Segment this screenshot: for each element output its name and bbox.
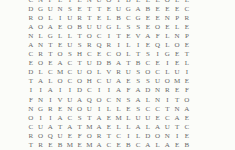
grid-cell[interactable]: O [85,68,95,77]
grid-cell[interactable]: S [133,105,143,114]
grid-cell[interactable]: O [143,68,153,77]
grid-cell[interactable]: L [133,132,143,141]
grid-cell[interactable]: E [172,59,182,68]
grid-cell[interactable]: I [36,86,46,95]
grid-cell[interactable]: O [114,50,124,59]
grid-cell[interactable]: T [75,59,85,68]
grid-cell[interactable]: N [163,14,173,23]
grid-cell[interactable]: A [75,96,85,105]
grid-cell[interactable]: B [104,59,114,68]
grid-cell[interactable]: F [26,96,36,105]
grid-cell[interactable]: L [163,41,173,50]
grid-cell[interactable]: C [182,123,192,132]
grid-cell[interactable]: T [104,132,114,141]
grid-cell[interactable]: L [143,123,153,132]
grid-cell[interactable]: A [133,5,143,14]
grid-cell[interactable]: N [172,105,182,114]
grid-cell[interactable]: G [46,32,56,41]
grid-cell[interactable]: U [65,41,75,50]
grid-cell[interactable]: I [163,96,173,105]
grid-cell[interactable]: O [75,77,85,86]
grid-cell[interactable]: H [85,77,95,86]
grid-cell[interactable]: A [143,32,153,41]
grid-cell[interactable]: S [133,77,143,86]
grid-cell[interactable]: A [163,141,173,150]
grid-cell[interactable]: A [133,86,143,95]
grid-cell[interactable]: V [104,68,114,77]
grid-cell[interactable]: I [65,86,75,95]
grid-cell[interactable]: E [153,114,163,123]
grid-cell[interactable]: O [65,23,75,32]
grid-cell[interactable]: B [143,5,153,14]
grid-cell[interactable]: E [55,105,65,114]
grid-cell[interactable]: I [46,96,56,105]
grid-cell[interactable]: S [65,50,75,59]
grid-cell[interactable]: C [143,105,153,114]
grid-cell[interactable]: L [114,123,124,132]
grid-cell[interactable]: A [46,123,56,132]
grid-cell[interactable]: L [114,23,124,32]
grid-cell[interactable]: L [36,32,46,41]
grid-cell[interactable]: A [153,123,163,132]
grid-cell[interactable]: E [182,114,192,123]
grid-cell[interactable]: C [65,59,75,68]
grid-cell[interactable]: M [55,68,65,77]
grid-cell[interactable]: C [85,50,95,59]
grid-cell[interactable]: U [65,14,75,23]
grid-cell[interactable]: I [36,114,46,123]
grid-cell[interactable]: R [36,50,46,59]
grid-cell[interactable]: T [182,50,192,59]
grid-cell[interactable]: Q [46,132,56,141]
grid-cell[interactable]: T [133,50,143,59]
grid-cell[interactable]: D [26,68,36,77]
grid-cell[interactable]: S [65,5,75,14]
grid-cell[interactable]: E [55,41,65,50]
grid-cell[interactable]: C [124,14,134,23]
grid-cell[interactable]: L [36,68,46,77]
grid-cell[interactable]: A [55,59,65,68]
grid-cell[interactable]: U [65,96,75,105]
grid-cell[interactable]: C [114,132,124,141]
grid-cell[interactable]: A [94,123,104,132]
grid-cell[interactable]: C [104,96,114,105]
grid-cell[interactable]: L [124,114,134,123]
grid-cell[interactable]: E [104,114,114,123]
grid-cell[interactable]: F [124,86,134,95]
grid-cell[interactable]: S [75,114,85,123]
grid-cell[interactable]: Q [153,41,163,50]
grid-cell[interactable]: A [182,105,192,114]
grid-cell[interactable]: D [94,59,104,68]
grid-cell[interactable]: C [104,141,114,150]
grid-cell[interactable]: D [75,86,85,95]
grid-cell[interactable]: E [182,77,192,86]
grid-cell[interactable]: E [124,77,134,86]
grid-cell[interactable]: E [143,14,153,23]
grid-cell[interactable]: G [36,5,46,14]
word-search-grid: CNFLILNUOTBEEEOLEDGUNSETTEUGABEEECROLIUR… [26,0,192,150]
grid-cell[interactable]: E [124,32,134,41]
grid-cell[interactable]: M [172,77,182,86]
grid-cell[interactable]: L [55,32,65,41]
grid-cell[interactable]: T [26,77,36,86]
grid-cell[interactable]: V [133,32,143,41]
grid-cell[interactable]: D [143,132,153,141]
grid-cell[interactable]: E [172,141,182,150]
grid-cell[interactable]: O [172,41,182,50]
grid-cell[interactable]: U [153,77,163,86]
grid-cell[interactable]: I [104,86,114,95]
grid-cell[interactable]: U [85,59,95,68]
grid-cell[interactable]: Q [94,41,104,50]
grid-cell[interactable]: M [114,114,124,123]
grid-cell[interactable]: A [36,77,46,86]
grid-cell[interactable]: I [153,50,163,59]
grid-cell[interactable]: E [182,23,192,32]
grid-cell[interactable]: E [124,105,134,114]
grid-cell[interactable]: C [153,68,163,77]
grid-cell[interactable]: I [124,132,134,141]
grid-cell[interactable]: R [182,14,192,23]
grid-cell[interactable]: U [36,123,46,132]
grid-cell[interactable]: R [36,141,46,150]
grid-cell[interactable]: C [65,77,75,86]
grid-cell[interactable]: E [104,123,114,132]
grid-cell[interactable]: L [104,105,114,114]
grid-cell[interactable]: L [114,105,124,114]
grid-cell[interactable]: A [114,59,124,68]
grid-cell[interactable]: B [133,59,143,68]
grid-cell[interactable]: O [75,105,85,114]
grid-cell[interactable]: I [46,114,56,123]
grid-cell[interactable]: I [26,86,36,95]
grid-cell[interactable]: U [172,68,182,77]
grid-cell[interactable]: R [85,41,95,50]
grid-cell[interactable]: S [124,23,134,32]
grid-cell[interactable]: C [26,123,36,132]
grid-cell[interactable]: F [153,32,163,41]
grid-cell[interactable]: E [26,59,36,68]
grid-cell[interactable]: N [36,41,46,50]
grid-cell[interactable]: B [182,141,192,150]
grid-cell[interactable]: N [172,32,182,41]
grid-cell[interactable]: U [133,114,143,123]
grid-cell[interactable]: A [94,141,104,150]
grid-cell[interactable]: L [153,141,163,150]
grid-cell[interactable]: L [172,23,182,32]
grid-cell[interactable]: A [26,41,36,50]
grid-cell[interactable]: M [85,123,95,132]
grid-cell[interactable]: N [153,86,163,95]
grid-cell[interactable]: E [182,41,192,50]
grid-cell[interactable]: T [172,96,182,105]
grid-cell[interactable]: A [133,123,143,132]
grid-cell[interactable]: P [172,14,182,23]
grid-cell[interactable]: E [163,23,173,32]
grid-cell[interactable]: A [114,77,124,86]
grid-cell[interactable]: Q [85,96,95,105]
grid-cell[interactable]: A [114,86,124,95]
grid-cell[interactable]: N [65,105,75,114]
grid-cell[interactable]: N [163,132,173,141]
grid-cell[interactable]: E [65,132,75,141]
grid-cell[interactable]: E [143,23,153,32]
grid-cell[interactable]: B [55,141,65,150]
grid-cell[interactable]: I [133,41,143,50]
grid-cell[interactable]: A [94,114,104,123]
grid-cell[interactable]: N [114,96,124,105]
grid-cell[interactable]: S [75,41,85,50]
grid-cell[interactable]: A [172,114,182,123]
grid-cell[interactable]: U [163,123,173,132]
grid-cell[interactable]: N [26,32,36,41]
grid-cell[interactable]: T [124,59,134,68]
grid-cell[interactable]: E [55,23,65,32]
grid-cell[interactable]: R [163,86,173,95]
grid-cell[interactable]: G [163,50,173,59]
grid-cell[interactable]: M [85,141,95,150]
grid-cell[interactable]: I [55,86,65,95]
grid-cell[interactable]: R [75,14,85,23]
grid-cell[interactable]: T [163,105,173,114]
grid-cell[interactable]: E [172,86,182,95]
grid-cell[interactable]: L [182,59,192,68]
grid-cell[interactable]: L [65,32,75,41]
grid-cell[interactable]: C [163,114,173,123]
grid-cell[interactable]: C [94,32,104,41]
grid-cell[interactable]: O [85,132,95,141]
grid-cell[interactable]: O [36,59,46,68]
grid-cell[interactable]: O [85,32,95,41]
grid-cell[interactable]: C [153,105,163,114]
grid-cell[interactable]: A [26,23,36,32]
grid-cell[interactable]: I [94,86,104,95]
grid-cell[interactable]: E [182,132,192,141]
grid-cell[interactable]: C [182,5,192,14]
grid-cell[interactable]: U [55,132,65,141]
grid-cell[interactable]: C [46,68,56,77]
grid-cell[interactable]: G [36,105,46,114]
grid-cell[interactable]: I [114,41,124,50]
grid-cell[interactable]: F [75,132,85,141]
grid-cell[interactable]: R [26,132,36,141]
grid-cell[interactable]: A [46,86,56,95]
grid-cell[interactable]: T [75,123,85,132]
grid-cell[interactable]: L [124,123,134,132]
grid-cell[interactable]: O [55,77,65,86]
grid-cell[interactable]: T [172,123,182,132]
grid-cell[interactable]: G [133,14,143,23]
grid-cell[interactable]: T [85,14,95,23]
grid-cell[interactable]: E [172,5,182,14]
grid-cell[interactable]: U [143,114,153,123]
grid-cell[interactable]: L [94,68,104,77]
grid-cell[interactable]: D [26,5,36,14]
grid-cell[interactable]: L [124,50,134,59]
grid-cell[interactable]: T [46,41,56,50]
grid-cell[interactable]: E [153,59,163,68]
grid-cell[interactable]: A [65,123,75,132]
grid-cell[interactable]: I [172,132,182,141]
grid-cell[interactable]: C [104,50,114,59]
grid-cell[interactable]: S [143,50,153,59]
grid-cell[interactable]: L [163,68,173,77]
grid-cell[interactable]: A [55,114,65,123]
grid-cell[interactable]: E [75,141,85,150]
grid-cell[interactable]: C [85,86,95,95]
grid-cell[interactable]: N [26,105,36,114]
grid-cell[interactable]: C [65,114,75,123]
grid-cell[interactable]: S [143,77,153,86]
grid-cell[interactable]: O [36,23,46,32]
grid-cell[interactable]: G [104,23,114,32]
grid-cell[interactable]: T [85,5,95,14]
grid-cell[interactable]: O [153,23,163,32]
grid-cell[interactable]: O [94,96,104,105]
grid-cell[interactable]: M [65,141,75,150]
grid-cell[interactable]: S [124,96,134,105]
grid-cell[interactable]: O [163,77,173,86]
grid-cell[interactable]: I [94,105,104,114]
grid-cell[interactable]: L [46,14,56,23]
grid-cell[interactable]: C [65,68,75,77]
grid-cell[interactable]: U [85,105,95,114]
grid-cell[interactable]: L [163,32,173,41]
grid-cell[interactable]: E [104,5,114,14]
grid-cell[interactable]: E [75,5,85,14]
grid-cell[interactable]: H [75,50,85,59]
grid-cell[interactable]: O [153,132,163,141]
grid-cell[interactable]: A [46,23,56,32]
grid-cell[interactable]: R [94,132,104,141]
grid-cell[interactable]: R [114,68,124,77]
grid-cell[interactable]: E [143,41,153,50]
grid-cell[interactable]: E [114,141,124,150]
grid-cell[interactable]: E [94,50,104,59]
grid-cell[interactable]: T [94,5,104,14]
grid-cell[interactable]: L [104,14,114,23]
grid-cell[interactable]: T [46,50,56,59]
grid-cell[interactable]: S [133,68,143,77]
grid-cell[interactable]: U [46,5,56,14]
grid-cell[interactable]: L [143,96,153,105]
grid-cell[interactable]: D [143,86,153,95]
grid-cell[interactable]: B [114,14,124,23]
grid-cell[interactable]: U [104,77,114,86]
grid-cell[interactable]: R [104,41,114,50]
grid-cell[interactable]: R [46,105,56,114]
grid-cell[interactable]: B [124,141,134,150]
grid-cell[interactable]: T [75,32,85,41]
grid-cell[interactable]: I [182,68,192,77]
grid-cell[interactable]: F [182,86,192,95]
grid-cell[interactable]: C [94,77,104,86]
grid-cell[interactable]: S [133,23,143,32]
grid-cell[interactable]: O [26,114,36,123]
grid-cell[interactable]: L [46,77,56,86]
grid-cell[interactable]: B [75,23,85,32]
grid-cell[interactable]: A [133,96,143,105]
grid-cell[interactable]: U [85,23,95,32]
grid-cell[interactable]: U [94,23,104,32]
grid-cell[interactable]: E [163,5,173,14]
grid-cell[interactable]: E [172,50,182,59]
grid-cell[interactable]: P [182,32,192,41]
grid-cell[interactable]: C [133,141,143,150]
grid-cell[interactable]: E [153,14,163,23]
grid-cell[interactable]: L [124,41,134,50]
grid-cell[interactable]: E [46,141,56,150]
grid-cell[interactable]: O [36,14,46,23]
grid-cell[interactable]: O [36,132,46,141]
grid-cell[interactable]: O [55,50,65,59]
grid-cell[interactable]: V [55,96,65,105]
grid-cell[interactable]: R [26,14,36,23]
grid-cell[interactable]: C [143,59,153,68]
grid-cell[interactable]: U [114,5,124,14]
grid-cell[interactable]: T [55,123,65,132]
grid-cell[interactable]: E [153,5,163,14]
grid-cell[interactable]: E [94,14,104,23]
grid-cell[interactable]: N [36,96,46,105]
grid-cell[interactable]: G [124,5,134,14]
grid-cell[interactable]: A [143,141,153,150]
grid-cell[interactable]: T [26,141,36,150]
grid-cell[interactable]: O [182,96,192,105]
grid-cell[interactable]: N [153,96,163,105]
grid-cell[interactable]: I [55,14,65,23]
grid-cell[interactable]: T [114,32,124,41]
grid-cell[interactable]: C [26,50,36,59]
grid-cell[interactable]: U [75,68,85,77]
grid-cell[interactable]: U [124,68,134,77]
grid-cell[interactable]: I [104,32,114,41]
grid-cell[interactable]: I [163,59,173,68]
grid-cell[interactable]: N [55,5,65,14]
grid-cell[interactable]: T [85,114,95,123]
grid-cell[interactable]: E [46,59,56,68]
